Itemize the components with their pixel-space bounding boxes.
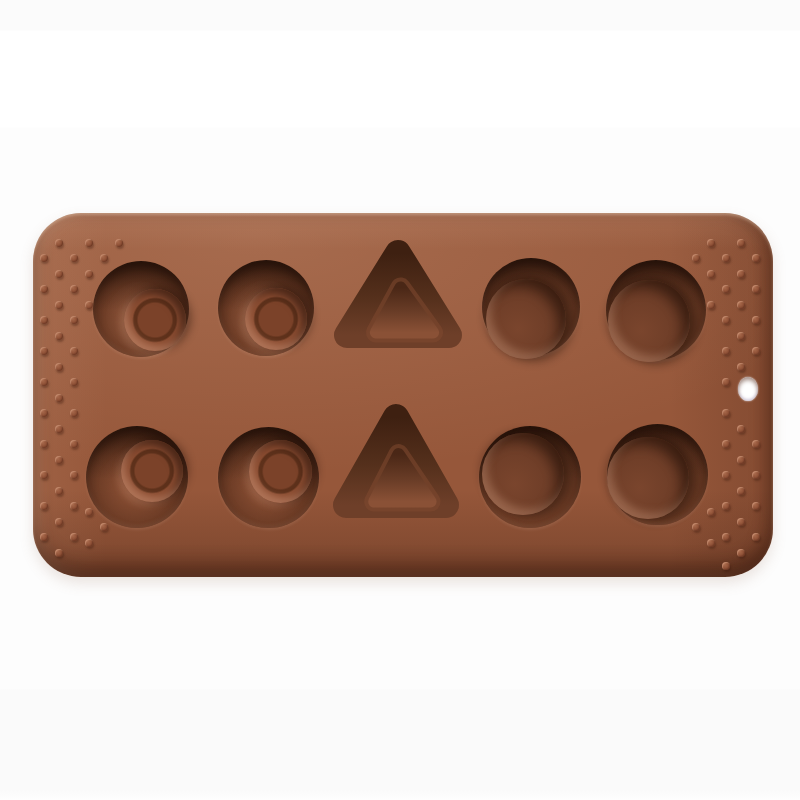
texture-dot	[55, 425, 63, 433]
texture-dot	[70, 409, 78, 417]
chocolate-mold-tray	[33, 213, 773, 577]
photo-canvas	[0, 0, 800, 800]
texture-dot	[722, 440, 730, 448]
texture-dot	[692, 254, 700, 262]
texture-dot	[752, 471, 760, 479]
texture-dot	[737, 270, 745, 278]
texture-dot	[55, 332, 63, 340]
texture-dot	[55, 270, 63, 278]
texture-dot	[55, 518, 63, 526]
texture-dot	[70, 533, 78, 541]
texture-dot	[737, 332, 745, 340]
texture-dot	[752, 316, 760, 324]
round-cavity	[479, 426, 581, 528]
texture-dot	[40, 254, 48, 262]
texture-dot	[707, 239, 715, 247]
texture-dot	[722, 347, 730, 355]
texture-dot	[737, 518, 745, 526]
texture-dot	[40, 471, 48, 479]
texture-dot	[85, 508, 93, 516]
texture-dot	[70, 347, 78, 355]
texture-dot	[707, 270, 715, 278]
texture-dot	[40, 378, 48, 386]
texture-dot	[737, 425, 745, 433]
texture-dot	[752, 347, 760, 355]
round-cavity	[218, 427, 319, 528]
texture-dot	[752, 285, 760, 293]
texture-dot	[722, 562, 730, 570]
texture-dot	[722, 533, 730, 541]
round-cavity	[482, 258, 580, 356]
hang-hole	[738, 377, 758, 401]
texture-dot	[85, 239, 93, 247]
cavity-plug-dome	[482, 433, 564, 515]
texture-dot	[70, 254, 78, 262]
texture-dot	[722, 378, 730, 386]
round-cavity	[93, 261, 189, 357]
texture-dot	[55, 301, 63, 309]
texture-dot	[70, 285, 78, 293]
round-cavity	[606, 260, 706, 360]
texture-dot	[707, 301, 715, 309]
texture-dot	[100, 254, 108, 262]
texture-dot	[707, 508, 715, 516]
texture-dot	[55, 363, 63, 371]
texture-dot	[40, 316, 48, 324]
texture-dot	[707, 539, 715, 547]
texture-dot	[70, 316, 78, 324]
texture-dot	[722, 409, 730, 417]
texture-dot	[737, 301, 745, 309]
texture-dot	[40, 285, 48, 293]
texture-dot	[752, 533, 760, 541]
texture-dot	[722, 285, 730, 293]
texture-dot	[737, 239, 745, 247]
texture-dot	[55, 487, 63, 495]
texture-dot	[737, 363, 745, 371]
cavity-plug-dome	[607, 437, 689, 519]
texture-dot	[55, 239, 63, 247]
texture-dot	[692, 523, 700, 531]
texture-dot	[40, 347, 48, 355]
cavity-plug-ring	[245, 288, 307, 350]
texture-dot	[40, 440, 48, 448]
texture-dot	[40, 409, 48, 417]
triangle-cavity	[333, 239, 463, 349]
texture-dot	[752, 440, 760, 448]
texture-dot	[55, 549, 63, 557]
texture-dot	[752, 254, 760, 262]
texture-dot	[100, 523, 108, 531]
texture-dot	[752, 502, 760, 510]
texture-dot	[737, 549, 745, 557]
cavity-plug-dome	[608, 280, 690, 362]
texture-dot	[722, 316, 730, 324]
round-cavity	[607, 424, 708, 525]
texture-dot	[737, 487, 745, 495]
texture-dot	[85, 539, 93, 547]
texture-dot	[70, 378, 78, 386]
texture-dot	[85, 270, 93, 278]
texture-dot	[115, 239, 123, 247]
texture-dot	[722, 254, 730, 262]
cavity-plug-ring	[124, 289, 186, 351]
round-cavity	[218, 260, 314, 356]
texture-dot	[70, 502, 78, 510]
texture-dot	[70, 440, 78, 448]
texture-dot	[40, 533, 48, 541]
texture-dot	[55, 456, 63, 464]
texture-dot	[70, 471, 78, 479]
cavity-plug-ring	[121, 440, 183, 502]
triangle-cavity	[332, 403, 460, 519]
texture-dot	[722, 502, 730, 510]
cavity-plug-dome	[486, 279, 566, 359]
texture-dot	[85, 301, 93, 309]
texture-dot	[737, 456, 745, 464]
round-cavity	[86, 426, 188, 528]
texture-dot	[722, 471, 730, 479]
cavity-plug-ring	[249, 440, 312, 503]
texture-dot	[55, 394, 63, 402]
texture-dot	[40, 502, 48, 510]
